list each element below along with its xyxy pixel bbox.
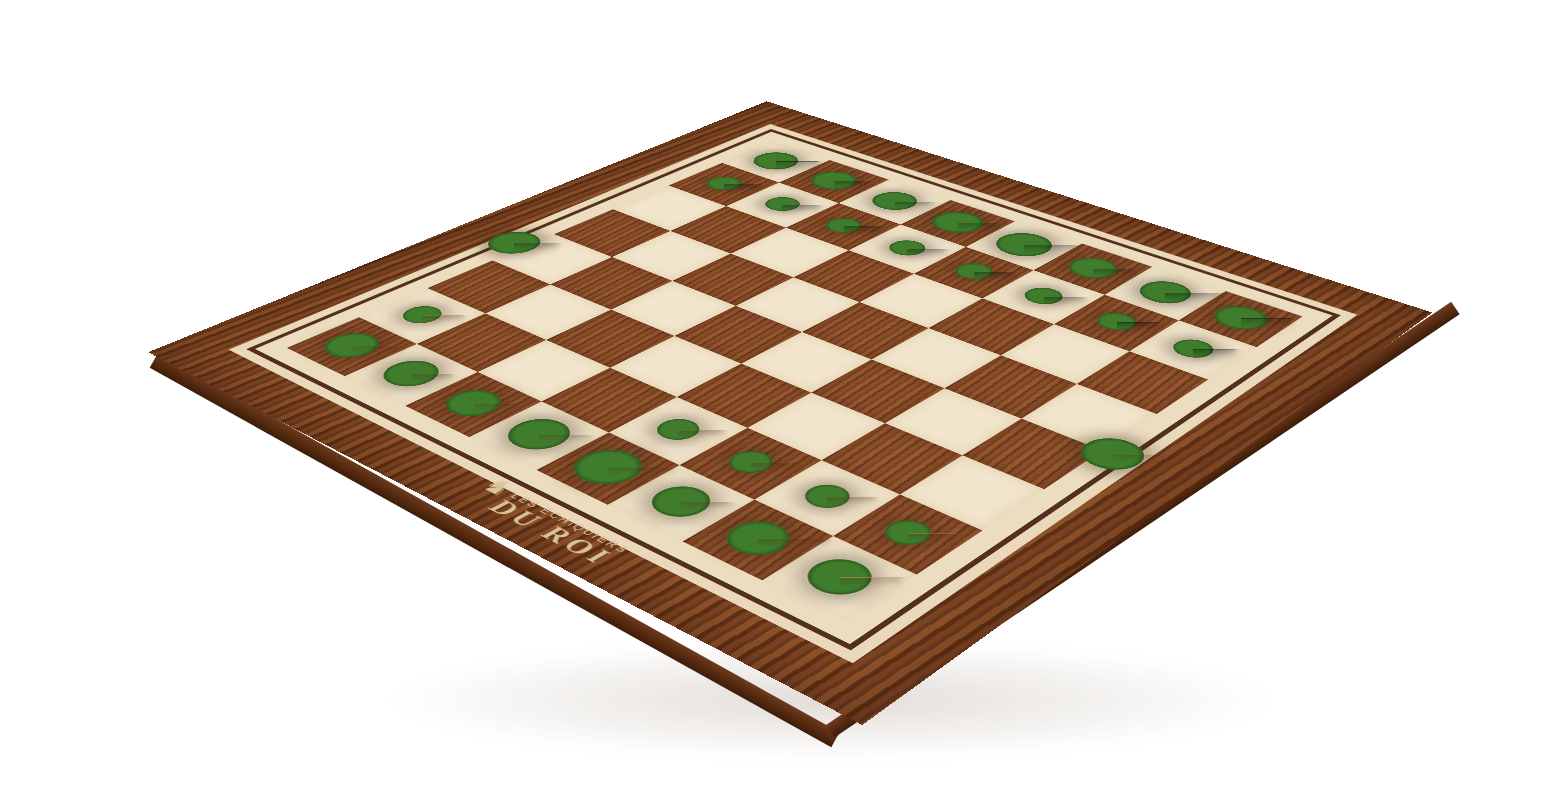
felt-base <box>744 149 809 174</box>
square-a7 <box>669 163 779 206</box>
square-e6 <box>859 274 982 328</box>
felt-base <box>921 207 995 237</box>
chess-board: ♞ LES ÉCHIQUIERS DU ROI ♜♞♝♛♚♝♞♜♟♟♟♟♟♟♟♟… <box>148 101 1432 725</box>
square-b7 <box>726 183 839 228</box>
felt-base <box>881 237 933 259</box>
felt-base <box>801 168 867 194</box>
square-c7 <box>786 203 901 250</box>
product-photo-stage: ♞ LES ÉCHIQUIERS DU ROI ♜♞♝♛♚♝♞♜♟♟♟♟♟♟♟♟… <box>0 0 1566 792</box>
square-a8 <box>722 141 830 182</box>
square-c8 <box>839 180 951 225</box>
square-d7 <box>849 225 966 274</box>
square-d8 <box>901 200 1015 247</box>
square-b8 <box>779 160 889 203</box>
felt-base <box>818 215 869 236</box>
scene-tilt: ♞ LES ÉCHIQUIERS DU ROI ♜♞♝♛♚♝♞♜♟♟♟♟♟♟♟♟… <box>0 0 1566 792</box>
felt-base <box>862 188 927 214</box>
square-d6 <box>794 250 914 302</box>
felt-base <box>947 260 1000 283</box>
felt-base <box>757 194 807 214</box>
felt-base <box>699 174 748 193</box>
square-c6 <box>731 228 849 278</box>
